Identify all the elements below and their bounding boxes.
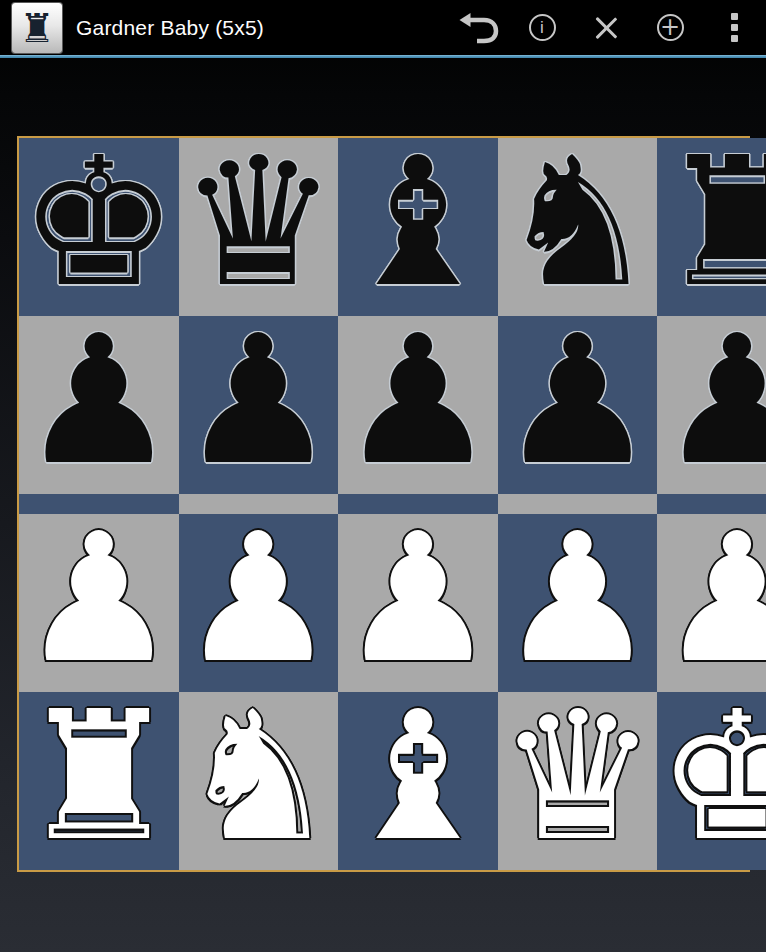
- close-icon: [591, 13, 621, 43]
- square-d1[interactable]: ♛: [498, 692, 658, 870]
- piece-white-bishop: ♝: [338, 688, 498, 866]
- square-c4[interactable]: ♟: [338, 316, 498, 494]
- square-b4[interactable]: ♟: [179, 316, 339, 494]
- square-c2[interactable]: ♟: [338, 514, 498, 692]
- square-e2[interactable]: ♟: [657, 514, 766, 692]
- piece-black-pawn: ♟: [498, 312, 658, 490]
- piece-black-rook: ♜: [657, 134, 766, 312]
- chess-board: ♚♛♝♞♜♟♟♟♟♟♟♟♟♟♟♜♞♝♛♚: [17, 136, 750, 872]
- close-button[interactable]: [574, 0, 638, 55]
- action-bar: ♜ Gardner Baby (5x5) i +: [0, 0, 766, 55]
- square-d2[interactable]: ♟: [498, 514, 658, 692]
- piece-black-knight: ♞: [498, 134, 658, 312]
- piece-white-knight: ♞: [179, 688, 339, 866]
- square-b2[interactable]: ♟: [179, 514, 339, 692]
- square-c5[interactable]: ♝: [338, 138, 498, 316]
- piece-white-pawn: ♟: [657, 510, 766, 688]
- rook-logo-icon: ♜: [19, 8, 55, 48]
- piece-white-pawn: ♟: [338, 510, 498, 688]
- square-a5[interactable]: ♚: [19, 138, 179, 316]
- overflow-menu-icon: [731, 11, 738, 44]
- square-e5[interactable]: ♜: [657, 138, 766, 316]
- square-d4[interactable]: ♟: [498, 316, 658, 494]
- new-game-button[interactable]: +: [638, 0, 702, 55]
- square-b5[interactable]: ♛: [179, 138, 339, 316]
- square-e4[interactable]: ♟: [657, 316, 766, 494]
- square-c1[interactable]: ♝: [338, 692, 498, 870]
- actionbar-accent-line: [0, 55, 766, 58]
- info-icon: i: [529, 14, 556, 41]
- piece-black-pawn: ♟: [657, 312, 766, 490]
- piece-white-king: ♚: [657, 688, 766, 866]
- app-icon[interactable]: ♜: [12, 3, 62, 53]
- piece-black-king: ♚: [19, 134, 179, 312]
- piece-white-queen: ♛: [498, 688, 658, 866]
- piece-black-queen: ♛: [179, 134, 339, 312]
- piece-black-pawn: ♟: [338, 312, 498, 490]
- piece-white-pawn: ♟: [179, 510, 339, 688]
- square-e1[interactable]: ♚: [657, 692, 766, 870]
- piece-white-rook: ♜: [19, 688, 179, 866]
- piece-black-bishop: ♝: [338, 134, 498, 312]
- info-button[interactable]: i: [510, 0, 574, 55]
- undo-icon: [457, 10, 499, 46]
- square-a4[interactable]: ♟: [19, 316, 179, 494]
- app-title: Gardner Baby (5x5): [76, 16, 446, 40]
- piece-white-pawn: ♟: [498, 510, 658, 688]
- square-a1[interactable]: ♜: [19, 692, 179, 870]
- plus-circle-icon: +: [657, 14, 684, 41]
- piece-black-pawn: ♟: [19, 312, 179, 490]
- square-d5[interactable]: ♞: [498, 138, 658, 316]
- square-a2[interactable]: ♟: [19, 514, 179, 692]
- piece-white-pawn: ♟: [19, 510, 179, 688]
- app-screen: ♜ Gardner Baby (5x5) i + ♚♛♝♞♜♟♟♟♟♟♟♟♟♟♟…: [0, 0, 766, 952]
- undo-button[interactable]: [446, 0, 510, 55]
- piece-black-pawn: ♟: [179, 312, 339, 490]
- square-b1[interactable]: ♞: [179, 692, 339, 870]
- overflow-menu-button[interactable]: [702, 0, 766, 55]
